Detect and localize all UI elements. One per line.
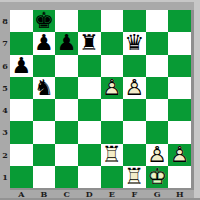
square-f1[interactable]: ♜♖ [123, 166, 146, 188]
piece-white-rook: ♜ [101, 144, 124, 166]
frame-highlight-top [0, 0, 200, 2]
square-g5[interactable] [146, 77, 169, 99]
square-d7[interactable]: ♜ [78, 32, 101, 54]
square-d6[interactable] [78, 55, 101, 77]
square-e6[interactable] [101, 55, 124, 77]
square-c7[interactable]: ♟ [55, 32, 78, 54]
rank-labels: 87654321 [0, 10, 10, 188]
rank-label-2: 2 [0, 144, 10, 166]
square-e4[interactable] [101, 99, 124, 121]
square-d4[interactable] [78, 99, 101, 121]
square-e3[interactable] [101, 121, 124, 143]
square-b1[interactable] [33, 166, 56, 188]
piece-black-queen: ♛ [123, 32, 146, 54]
square-c8[interactable] [55, 10, 78, 32]
square-g6[interactable] [146, 55, 169, 77]
square-e8[interactable] [101, 10, 124, 32]
piece-white-pawn-outline: ♙ [168, 144, 191, 166]
square-h7[interactable] [168, 32, 191, 54]
square-h5[interactable] [168, 77, 191, 99]
square-b6[interactable] [33, 55, 56, 77]
square-b8[interactable]: ♚ [33, 10, 56, 32]
frame-shadow-bottom [10, 188, 194, 190]
square-e7[interactable] [101, 32, 124, 54]
piece-white-rook-outline: ♖ [101, 144, 124, 166]
frame-highlight-right [194, 0, 200, 200]
piece-white-pawn-outline: ♙ [101, 77, 124, 99]
square-f5[interactable]: ♟♙ [123, 77, 146, 99]
square-c2[interactable] [55, 144, 78, 166]
piece-black-pawn: ♟ [10, 55, 33, 77]
piece-white-rook-outline: ♖ [123, 166, 146, 188]
square-b4[interactable] [33, 99, 56, 121]
square-a7[interactable] [10, 32, 33, 54]
square-b2[interactable] [33, 144, 56, 166]
piece-white-pawn: ♟ [123, 77, 146, 99]
square-h3[interactable] [168, 121, 191, 143]
square-f2[interactable] [123, 144, 146, 166]
square-b7[interactable]: ♟ [33, 32, 56, 54]
piece-white-rook: ♜ [123, 166, 146, 188]
square-c6[interactable] [55, 55, 78, 77]
rank-label-1: 1 [0, 166, 10, 188]
piece-black-pawn: ♟ [55, 32, 78, 54]
square-e1[interactable] [101, 166, 124, 188]
square-d8[interactable] [78, 10, 101, 32]
piece-white-pawn: ♟ [101, 77, 124, 99]
square-c3[interactable] [55, 121, 78, 143]
piece-white-king-outline: ♔ [146, 166, 169, 188]
square-g1[interactable]: ♚♔ [146, 166, 169, 188]
square-h8[interactable] [168, 10, 191, 32]
square-g4[interactable] [146, 99, 169, 121]
square-e2[interactable]: ♜♖ [101, 144, 124, 166]
square-e5[interactable]: ♟♙ [101, 77, 124, 99]
square-h6[interactable] [168, 55, 191, 77]
square-g2[interactable]: ♟♙ [146, 144, 169, 166]
piece-black-king: ♚ [33, 10, 56, 32]
square-b5[interactable]: ♞ [33, 77, 56, 99]
piece-white-pawn: ♟ [146, 144, 169, 166]
square-h4[interactable] [168, 99, 191, 121]
square-h1[interactable] [168, 166, 191, 188]
square-c5[interactable] [55, 77, 78, 99]
piece-black-rook: ♜ [78, 32, 101, 54]
square-b3[interactable] [33, 121, 56, 143]
piece-white-pawn-outline: ♙ [123, 77, 146, 99]
square-h2[interactable]: ♟♙ [168, 144, 191, 166]
square-a6[interactable]: ♟ [10, 55, 33, 77]
square-c4[interactable] [55, 99, 78, 121]
square-c1[interactable] [55, 166, 78, 188]
square-d1[interactable] [78, 166, 101, 188]
square-f6[interactable] [123, 55, 146, 77]
rank-label-7: 7 [0, 32, 10, 54]
piece-black-pawn: ♟ [33, 32, 56, 54]
chess-board: ♚♟♟♜♛♟♞♟♙♟♙♜♖♟♙♟♙♜♖♚♔ [10, 10, 191, 188]
square-f4[interactable] [123, 99, 146, 121]
square-a4[interactable] [10, 99, 33, 121]
piece-white-pawn-outline: ♙ [146, 144, 169, 166]
square-f8[interactable] [123, 10, 146, 32]
piece-white-pawn: ♟ [168, 144, 191, 166]
frame-edge-bottom [0, 198, 200, 200]
square-f3[interactable] [123, 121, 146, 143]
square-a1[interactable] [10, 166, 33, 188]
rank-label-4: 4 [0, 99, 10, 121]
rank-label-5: 5 [0, 77, 10, 99]
square-g3[interactable] [146, 121, 169, 143]
piece-white-king: ♚ [146, 166, 169, 188]
square-f7[interactable]: ♛ [123, 32, 146, 54]
square-a8[interactable] [10, 10, 33, 32]
square-g7[interactable] [146, 32, 169, 54]
rank-label-6: 6 [0, 55, 10, 77]
board-frame: 87654321 ABCDEFGH ♚♟♟♜♛♟♞♟♙♟♙♜♖♟♙♟♙♜♖♚♔ [0, 0, 200, 200]
square-a5[interactable] [10, 77, 33, 99]
rank-label-3: 3 [0, 121, 10, 143]
piece-black-knight: ♞ [33, 77, 56, 99]
rank-label-8: 8 [0, 10, 10, 32]
square-g8[interactable] [146, 10, 169, 32]
square-d3[interactable] [78, 121, 101, 143]
square-d2[interactable] [78, 144, 101, 166]
square-a3[interactable] [10, 121, 33, 143]
square-d5[interactable] [78, 77, 101, 99]
square-a2[interactable] [10, 144, 33, 166]
